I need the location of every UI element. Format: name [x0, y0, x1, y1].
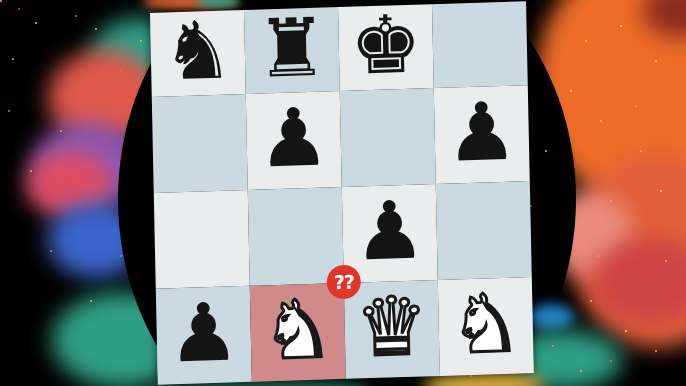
white-queen-piece: ♛ [355, 286, 428, 368]
board-square-r1c2[interactable]: ♜ [244, 7, 340, 94]
black-pawn-piece: ♟ [257, 97, 330, 179]
board-square-r4c2-highlighted[interactable]: ♞ [250, 283, 346, 382]
black-rook-piece: ♜ [255, 7, 328, 89]
board-square-r2c1[interactable] [152, 94, 248, 193]
black-pawn-piece: ♟ [445, 91, 518, 173]
powder-blue-streak [528, 304, 574, 330]
chess-board: ♞ ♜ ♚ ♟ ♟ ♟ [150, 1, 534, 385]
black-pawn-piece: ♟ [353, 190, 426, 272]
board-square-r3c4[interactable] [436, 181, 532, 280]
black-pawn-piece: ♟ [167, 292, 240, 374]
board-square-r2c2[interactable]: ♟ [246, 91, 342, 190]
white-knight-piece: ♞ [261, 289, 334, 371]
board-square-r4c1[interactable]: ♟ [156, 286, 252, 385]
board-square-r1c3[interactable]: ♚ [338, 4, 434, 91]
black-knight-piece: ♞ [161, 10, 234, 92]
board-square-r4c3[interactable]: ♛ [344, 280, 440, 379]
board-square-r1c1[interactable]: ♞ [150, 10, 246, 97]
board-square-r4c4[interactable]: ♞ [438, 277, 534, 376]
board-square-r2c3[interactable] [340, 88, 436, 187]
powder-speckles-orange [0, 0, 2, 2]
board-square-r3c1[interactable] [154, 190, 250, 289]
black-king-piece: ♚ [349, 4, 422, 86]
board-square-r2c4[interactable]: ♟ [434, 85, 530, 184]
board-square-r1c4[interactable] [432, 1, 528, 88]
thumbnail-stage: ♞ ♜ ♚ ♟ ♟ ♟ [0, 0, 686, 386]
board-square-r3c3[interactable]: ♟ [342, 184, 438, 283]
white-knight-piece: ♞ [449, 283, 522, 365]
